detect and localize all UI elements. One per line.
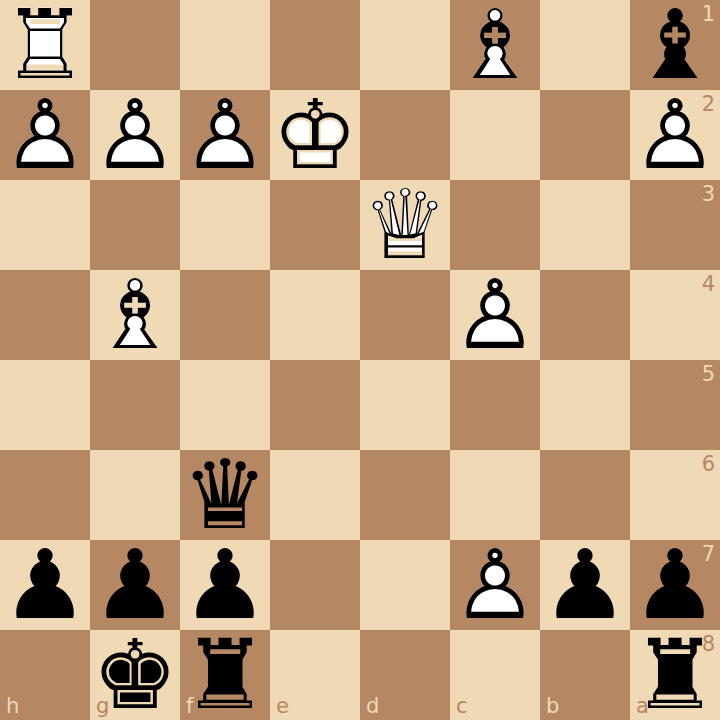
piece-black-pawn[interactable]: ♟: [180, 540, 270, 630]
square-g6[interactable]: [90, 450, 180, 540]
black-pawn-glyph: ♟: [92, 540, 178, 630]
file-label-b: b: [546, 696, 559, 717]
square-f3[interactable]: [180, 180, 270, 270]
piece-white-king[interactable]: ♚♔: [270, 90, 360, 180]
black-rook-glyph: ♜: [182, 630, 268, 720]
square-d7[interactable]: [360, 540, 450, 630]
square-e3[interactable]: [270, 180, 360, 270]
square-d5[interactable]: [360, 360, 450, 450]
piece-black-queen[interactable]: ♛: [180, 450, 270, 540]
piece-black-rook[interactable]: ♜: [630, 630, 720, 720]
square-h6[interactable]: [0, 450, 90, 540]
piece-black-bishop[interactable]: ♝: [630, 0, 720, 90]
square-e2[interactable]: ♚♔: [270, 90, 360, 180]
square-a4[interactable]: 4: [630, 270, 720, 360]
black-rook-glyph: ♜: [632, 630, 718, 720]
white-pawn-outline-glyph: ♙: [2, 90, 88, 180]
square-b4[interactable]: [540, 270, 630, 360]
square-f6[interactable]: ♛: [180, 450, 270, 540]
piece-white-bishop[interactable]: ♝♗: [90, 270, 180, 360]
square-e1[interactable]: [270, 0, 360, 90]
square-g7[interactable]: ♟: [90, 540, 180, 630]
piece-white-rook[interactable]: ♜♖: [0, 0, 90, 90]
chess-board: ♜♖♝♗♝1♟♙♟♙♟♙♚♔♟♙2♛♕3♝♗♟♙45♛6♟♟♟♟♙♟♟7h♚g♜…: [0, 0, 720, 720]
square-h8[interactable]: h: [0, 630, 90, 720]
square-c5[interactable]: [450, 360, 540, 450]
square-b3[interactable]: [540, 180, 630, 270]
square-b8[interactable]: b: [540, 630, 630, 720]
piece-white-queen[interactable]: ♛♕: [360, 180, 450, 270]
square-h7[interactable]: ♟: [0, 540, 90, 630]
square-d3[interactable]: ♛♕: [360, 180, 450, 270]
square-a2[interactable]: ♟♙2: [630, 90, 720, 180]
square-b5[interactable]: [540, 360, 630, 450]
white-bishop-outline-glyph: ♗: [92, 270, 178, 360]
white-pawn-outline-glyph: ♙: [632, 90, 718, 180]
piece-black-pawn[interactable]: ♟: [540, 540, 630, 630]
square-a8[interactable]: ♜a8: [630, 630, 720, 720]
black-pawn-glyph: ♟: [542, 540, 628, 630]
square-h4[interactable]: [0, 270, 90, 360]
black-pawn-glyph: ♟: [2, 540, 88, 630]
square-c1[interactable]: ♝♗: [450, 0, 540, 90]
white-pawn-outline-glyph: ♙: [452, 540, 538, 630]
square-d6[interactable]: [360, 450, 450, 540]
rank-label-5: 5: [702, 364, 715, 385]
square-g5[interactable]: [90, 360, 180, 450]
square-h2[interactable]: ♟♙: [0, 90, 90, 180]
square-b2[interactable]: [540, 90, 630, 180]
square-g1[interactable]: [90, 0, 180, 90]
square-e5[interactable]: [270, 360, 360, 450]
square-a1[interactable]: ♝1: [630, 0, 720, 90]
square-f7[interactable]: ♟: [180, 540, 270, 630]
square-b7[interactable]: ♟: [540, 540, 630, 630]
square-g3[interactable]: [90, 180, 180, 270]
square-d1[interactable]: [360, 0, 450, 90]
file-label-c: c: [456, 696, 468, 717]
file-label-e: e: [276, 696, 289, 717]
piece-white-pawn[interactable]: ♟♙: [0, 90, 90, 180]
black-bishop-glyph: ♝: [632, 0, 718, 90]
black-king-glyph: ♚: [92, 630, 178, 720]
square-c2[interactable]: [450, 90, 540, 180]
square-g4[interactable]: ♝♗: [90, 270, 180, 360]
square-f5[interactable]: [180, 360, 270, 450]
square-a5[interactable]: 5: [630, 360, 720, 450]
piece-white-pawn[interactable]: ♟♙: [180, 90, 270, 180]
square-g8[interactable]: ♚g: [90, 630, 180, 720]
square-d8[interactable]: d: [360, 630, 450, 720]
piece-white-bishop[interactable]: ♝♗: [450, 0, 540, 90]
piece-white-pawn[interactable]: ♟♙: [450, 270, 540, 360]
rank-label-4: 4: [702, 274, 715, 295]
piece-white-pawn[interactable]: ♟♙: [90, 90, 180, 180]
square-a3[interactable]: 3: [630, 180, 720, 270]
white-rook-outline-glyph: ♖: [2, 0, 88, 90]
square-e8[interactable]: e: [270, 630, 360, 720]
white-pawn-outline-glyph: ♙: [182, 90, 268, 180]
square-a7[interactable]: ♟7: [630, 540, 720, 630]
rank-label-3: 3: [702, 184, 715, 205]
piece-black-pawn[interactable]: ♟: [0, 540, 90, 630]
black-pawn-glyph: ♟: [182, 540, 268, 630]
square-h3[interactable]: [0, 180, 90, 270]
square-c7[interactable]: ♟♙: [450, 540, 540, 630]
piece-black-pawn[interactable]: ♟: [630, 540, 720, 630]
piece-black-pawn[interactable]: ♟: [90, 540, 180, 630]
square-e4[interactable]: [270, 270, 360, 360]
white-pawn-outline-glyph: ♙: [92, 90, 178, 180]
rank-label-6: 6: [702, 454, 715, 475]
square-d2[interactable]: [360, 90, 450, 180]
square-a6[interactable]: 6: [630, 450, 720, 540]
piece-white-pawn[interactable]: ♟♙: [630, 90, 720, 180]
square-e7[interactable]: [270, 540, 360, 630]
piece-black-king[interactable]: ♚: [90, 630, 180, 720]
square-c4[interactable]: ♟♙: [450, 270, 540, 360]
square-f8[interactable]: ♜f: [180, 630, 270, 720]
piece-white-pawn[interactable]: ♟♙: [450, 540, 540, 630]
square-c6[interactable]: [450, 450, 540, 540]
file-label-h: h: [6, 696, 19, 717]
black-queen-glyph: ♛: [182, 450, 268, 540]
white-king-outline-glyph: ♔: [272, 90, 358, 180]
file-label-d: d: [366, 696, 379, 717]
square-f2[interactable]: ♟♙: [180, 90, 270, 180]
white-queen-outline-glyph: ♕: [362, 180, 448, 270]
square-c8[interactable]: c: [450, 630, 540, 720]
square-d4[interactable]: [360, 270, 450, 360]
piece-black-rook[interactable]: ♜: [180, 630, 270, 720]
square-c3[interactable]: [450, 180, 540, 270]
square-e6[interactable]: [270, 450, 360, 540]
square-h1[interactable]: ♜♖: [0, 0, 90, 90]
square-f4[interactable]: [180, 270, 270, 360]
square-g2[interactable]: ♟♙: [90, 90, 180, 180]
square-b6[interactable]: [540, 450, 630, 540]
white-pawn-outline-glyph: ♙: [452, 270, 538, 360]
square-b1[interactable]: [540, 0, 630, 90]
square-f1[interactable]: [180, 0, 270, 90]
white-bishop-outline-glyph: ♗: [452, 0, 538, 90]
black-pawn-glyph: ♟: [632, 540, 718, 630]
square-h5[interactable]: [0, 360, 90, 450]
